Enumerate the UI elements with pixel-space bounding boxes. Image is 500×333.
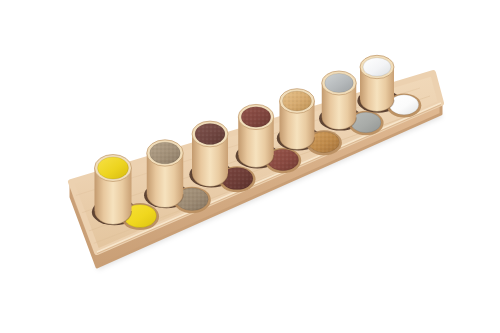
- cylinder-top-white-glossy: [363, 58, 391, 77]
- product-photo: [0, 0, 500, 333]
- cylinder-top-grey-smooth: [325, 73, 354, 92]
- touch-cylinder-board-illustration: [0, 0, 500, 333]
- cylinder-golden-sand: [280, 89, 315, 150]
- cylinder-top-texture: [241, 107, 271, 127]
- cylinder-top-texture: [150, 142, 181, 164]
- cylinder-white-glossy: [360, 55, 394, 111]
- cylinder-grey-smooth: [322, 71, 357, 130]
- cylinder-top-texture: [195, 124, 225, 145]
- cylinder-grey-sandpaper: [147, 140, 184, 208]
- cylinder-top-yellow: [98, 157, 129, 179]
- cylinder-red-brown: [238, 104, 274, 167]
- cylinder-dark-brown: [192, 121, 228, 186]
- cylinder-top-texture: [283, 91, 312, 111]
- cylinder-yellow: [95, 155, 132, 225]
